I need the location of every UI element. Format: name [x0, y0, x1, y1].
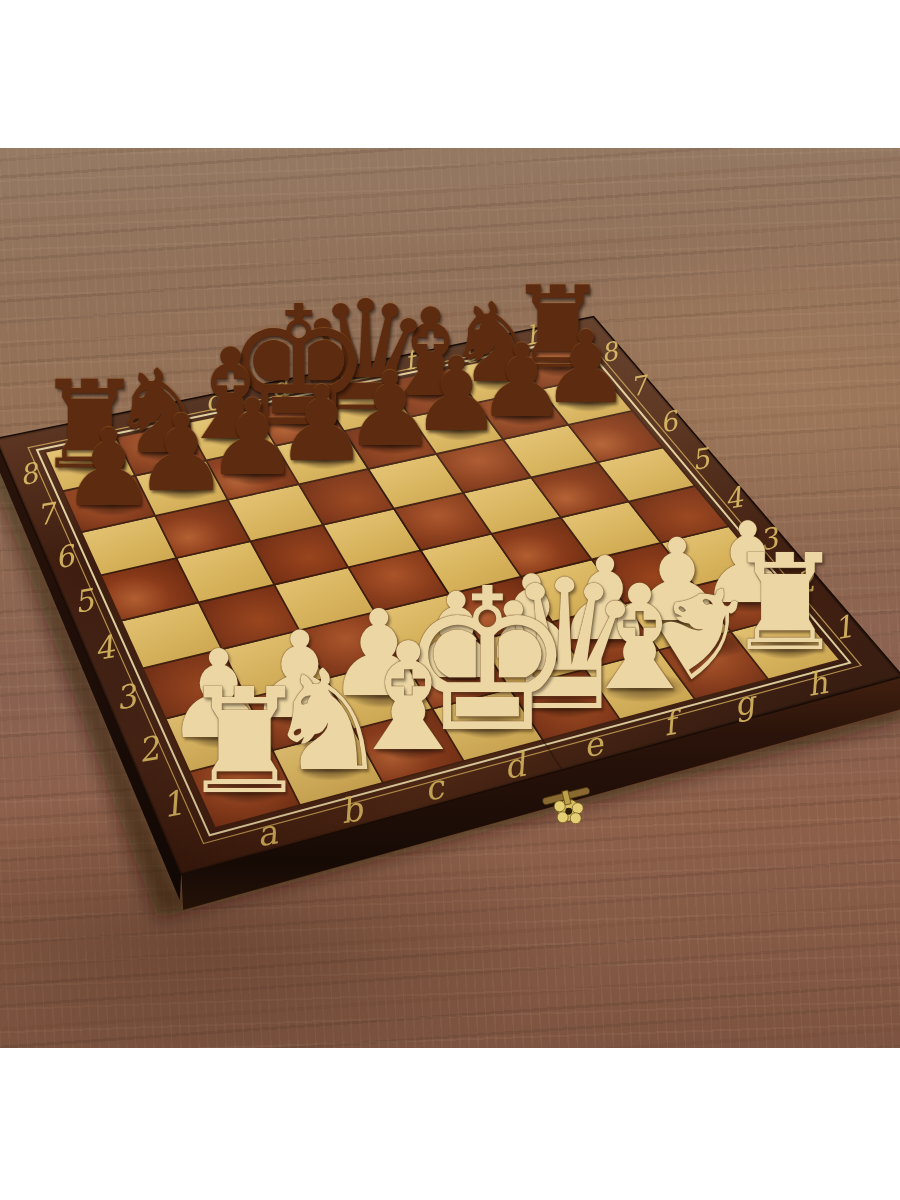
piece-white-rook-a1[interactable]: ♜ [179, 669, 309, 814]
product-photo-page: { "game": "chess", "scene": "Folding woo… [0, 0, 900, 1200]
piece-black-pawn-a7[interactable]: ♟ [61, 416, 157, 523]
piece-white-rook-h1[interactable]: ♜ [725, 537, 844, 670]
